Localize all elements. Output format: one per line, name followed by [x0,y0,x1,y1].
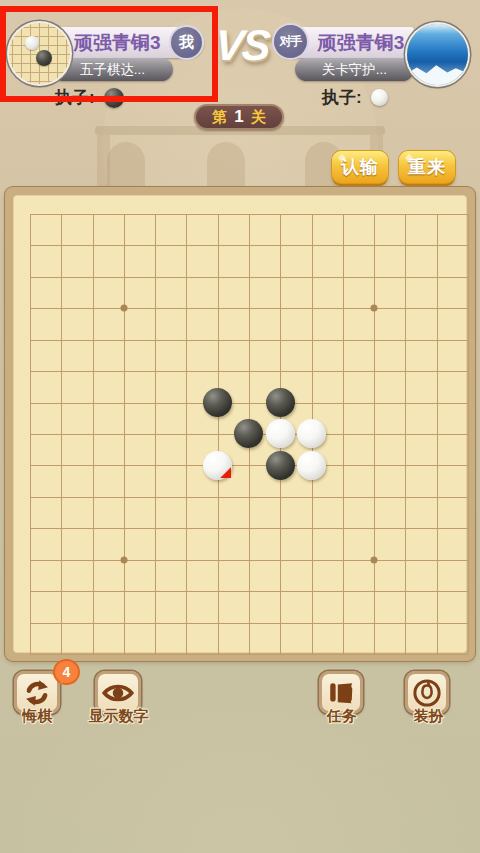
board-cell[interactable] [421,355,452,386]
board-cell[interactable] [296,198,327,229]
board-cell[interactable] [202,418,233,449]
board-cell[interactable] [14,607,45,638]
board-cell[interactable] [171,607,202,638]
board-cell[interactable] [171,261,202,292]
board-cell[interactable] [171,418,202,449]
white-stone [266,419,295,448]
board-cell[interactable] [327,638,358,669]
board-cell[interactable] [139,481,170,512]
board-cell[interactable] [421,481,452,512]
board-cell[interactable] [452,607,480,638]
board-cell[interactable] [77,544,108,575]
board-cell[interactable] [171,198,202,229]
board-cell[interactable] [233,481,264,512]
board-cell[interactable] [233,418,264,449]
game-screen: 顽强青铜3 我 五子棋达... 执子: VS 顽强青铜3 对手 关卡守护... … [0,0,480,853]
board-cell[interactable] [139,324,170,355]
highlight-annotation-rectangle [0,6,218,102]
board-cell[interactable] [171,355,202,386]
right-player-avatar[interactable] [407,24,468,85]
board-cell[interactable] [421,418,452,449]
board-cell[interactable] [296,230,327,261]
black-stone [266,388,295,417]
board-cell[interactable] [77,450,108,481]
board-cell[interactable] [327,387,358,418]
show-numbers-label: 显示数字 [71,707,166,726]
board-cell[interactable] [421,198,452,229]
board-cell[interactable] [265,324,296,355]
board-cell[interactable] [296,481,327,512]
right-holds-white-stone-icon [371,89,388,106]
board-cell[interactable] [46,544,77,575]
board-cell[interactable] [296,544,327,575]
board-cell[interactable] [108,450,139,481]
board-cell[interactable] [108,261,139,292]
board-cell[interactable] [46,513,77,544]
board-cell[interactable] [171,450,202,481]
undo-cycle-icon [22,678,52,708]
board-cell[interactable] [108,575,139,606]
board-cell[interactable] [77,418,108,449]
board-cell[interactable] [265,638,296,669]
board-cell[interactable] [46,450,77,481]
board-cell[interactable] [14,450,45,481]
board-cell[interactable] [108,198,139,229]
level-number: 1 [234,107,243,127]
board-cell[interactable] [14,575,45,606]
board-cell[interactable] [296,418,327,449]
board-cell[interactable] [139,513,170,544]
board-cell[interactable] [327,355,358,386]
board-cell[interactable] [77,230,108,261]
board-cell[interactable] [358,293,389,324]
board-cell[interactable] [233,355,264,386]
board-cell[interactable] [327,324,358,355]
board-cell[interactable] [390,638,421,669]
gomoku-board[interactable] [5,187,475,661]
board-cell[interactable] [421,513,452,544]
right-player-name: 顽强青铜3 [318,30,405,56]
resign-button[interactable]: 认输 [332,151,388,183]
eye-icon [102,681,134,705]
board-cell[interactable] [202,575,233,606]
undo-count-badge: 4 [55,661,78,683]
board-cell[interactable] [14,544,45,575]
board-cell[interactable] [171,481,202,512]
board-cell[interactable] [390,324,421,355]
level-suffix: 关 [251,108,266,127]
board-cell[interactable] [233,607,264,638]
board-cell[interactable] [77,293,108,324]
board-cell[interactable] [452,230,480,261]
board-cell[interactable] [358,607,389,638]
board-cell[interactable] [358,513,389,544]
board-cell[interactable] [46,293,77,324]
board-cell[interactable] [358,261,389,292]
board-cell[interactable] [108,544,139,575]
board-cell[interactable] [327,293,358,324]
board-cell[interactable] [46,481,77,512]
board-cell[interactable] [171,230,202,261]
board-cell[interactable] [390,513,421,544]
board-cell[interactable] [452,418,480,449]
board-cell[interactable] [452,387,480,418]
black-stone [234,419,263,448]
board-cell[interactable] [265,450,296,481]
board-cell[interactable] [358,481,389,512]
board-cell[interactable] [421,261,452,292]
board-cell[interactable] [46,198,77,229]
board-cell[interactable] [452,293,480,324]
board-cell[interactable] [452,450,480,481]
board-cell[interactable] [202,198,233,229]
board-cell[interactable] [46,324,77,355]
board-cell[interactable] [327,198,358,229]
board-cell[interactable] [390,575,421,606]
board-cell[interactable] [233,513,264,544]
board-cell[interactable] [171,387,202,418]
board-cell[interactable] [265,481,296,512]
board-cell[interactable] [14,418,45,449]
black-stone [266,451,295,480]
board-cell[interactable] [77,261,108,292]
board-cell[interactable] [296,607,327,638]
board-cell[interactable] [14,513,45,544]
board-cell[interactable] [202,230,233,261]
board-cell[interactable] [421,575,452,606]
board-cell[interactable] [108,481,139,512]
board-cell[interactable] [327,450,358,481]
board-surface [13,195,467,653]
board-cell[interactable] [452,198,480,229]
board-cell[interactable] [233,450,264,481]
board-cell[interactable] [390,418,421,449]
board-intersections [14,198,480,669]
board-cell[interactable] [296,324,327,355]
board-cell[interactable] [390,607,421,638]
board-cell[interactable] [46,575,77,606]
board-cell[interactable] [390,481,421,512]
board-cell[interactable] [390,261,421,292]
board-cell[interactable] [108,324,139,355]
board-cell[interactable] [265,418,296,449]
board-cell[interactable] [327,418,358,449]
white-stone [203,451,232,480]
board-cell[interactable] [202,355,233,386]
board-cell[interactable] [108,230,139,261]
board-cell[interactable] [452,544,480,575]
board-cell[interactable] [171,293,202,324]
tasks-button-label: 任务 [304,707,379,726]
board-cell[interactable] [421,293,452,324]
board-cell[interactable] [139,544,170,575]
board-cell[interactable] [390,230,421,261]
board-cell[interactable] [233,544,264,575]
board-cell[interactable] [358,387,389,418]
board-cell[interactable] [139,450,170,481]
dress-up-button-label: 装扮 [391,707,466,726]
avatar-face-icon [412,678,442,708]
board-cell[interactable] [358,324,389,355]
white-stone [297,419,326,448]
board-cell[interactable] [296,638,327,669]
board-cell[interactable] [77,481,108,512]
board-cell[interactable] [46,607,77,638]
board-cell[interactable] [14,261,45,292]
board-cell[interactable] [202,261,233,292]
right-player-title-bar: 关卡守护... [295,58,414,81]
board-cell[interactable] [233,230,264,261]
black-stone [203,388,232,417]
board-cell[interactable] [46,355,77,386]
restart-button[interactable]: 重来 [399,151,455,183]
board-cell[interactable] [265,575,296,606]
board-cell[interactable] [421,387,452,418]
board-cell[interactable] [390,544,421,575]
board-cell[interactable] [108,638,139,669]
board-cell[interactable] [233,198,264,229]
board-cell[interactable] [14,638,45,669]
board-cell[interactable] [265,513,296,544]
board-cell[interactable] [358,575,389,606]
board-cell[interactable] [265,198,296,229]
board-cell[interactable] [233,387,264,418]
board-cell[interactable] [139,230,170,261]
board-cell[interactable] [139,198,170,229]
board-cell[interactable] [296,261,327,292]
board-cell[interactable] [296,575,327,606]
board-cell[interactable] [233,293,264,324]
board-cell[interactable] [327,230,358,261]
right-holds-label: 执子: [322,86,362,109]
board-cell[interactable] [202,293,233,324]
board-cell[interactable] [108,387,139,418]
board-cell[interactable] [108,293,139,324]
board-cell[interactable] [77,198,108,229]
board-cell[interactable] [452,638,480,669]
board-cell[interactable] [14,324,45,355]
board-cell[interactable] [452,513,480,544]
board-cell[interactable] [265,607,296,638]
board-cell[interactable] [327,544,358,575]
board-cell[interactable] [265,387,296,418]
level-prefix: 第 [212,108,227,127]
board-cell[interactable] [421,324,452,355]
board-cell[interactable] [14,481,45,512]
board-cell[interactable] [14,198,45,229]
board-cell[interactable] [77,607,108,638]
board-cell[interactable] [77,638,108,669]
board-cell[interactable] [265,544,296,575]
board-cell[interactable] [452,261,480,292]
board-cell[interactable] [452,355,480,386]
board-cell[interactable] [139,575,170,606]
right-holds-row: 执子: [322,86,388,109]
board-cell[interactable] [171,513,202,544]
board-cell[interactable] [77,575,108,606]
board-cell[interactable] [46,387,77,418]
undo-button-label: 悔棋 [0,707,75,726]
board-cell[interactable] [171,638,202,669]
board-cell[interactable] [296,450,327,481]
board-cell[interactable] [233,575,264,606]
board-cell[interactable] [390,387,421,418]
board-cell[interactable] [265,355,296,386]
board-cell[interactable] [139,607,170,638]
board-cell[interactable] [296,355,327,386]
board-cell[interactable] [202,544,233,575]
level-banner: 第 1 关 [194,104,284,130]
board-cell[interactable] [390,450,421,481]
board-cell[interactable] [233,638,264,669]
board-cell[interactable] [14,387,45,418]
board-cell[interactable] [171,575,202,606]
board-cell[interactable] [77,387,108,418]
board-cell[interactable] [46,418,77,449]
right-player-title: 关卡守护... [322,61,387,79]
board-cell[interactable] [421,544,452,575]
board-cell[interactable] [202,513,233,544]
board-cell[interactable] [139,418,170,449]
board-cell[interactable] [327,607,358,638]
board-cell[interactable] [358,638,389,669]
snow-mountain-image [407,57,468,85]
temple-pillar [97,135,110,195]
board-cell[interactable] [46,261,77,292]
board-cell[interactable] [358,230,389,261]
board-cell[interactable] [452,324,480,355]
board-cell[interactable] [202,450,233,481]
board-cell[interactable] [139,387,170,418]
board-cell[interactable] [171,544,202,575]
last-move-marker [220,467,231,478]
white-stone [297,451,326,480]
board-cell[interactable] [139,293,170,324]
board-cell[interactable] [265,293,296,324]
board-cell[interactable] [139,355,170,386]
board-cell[interactable] [358,198,389,229]
board-cell[interactable] [139,638,170,669]
board-cell[interactable] [265,261,296,292]
board-cell[interactable] [202,607,233,638]
board-cell[interactable] [171,324,202,355]
board-cell[interactable] [265,230,296,261]
board-cell[interactable] [358,355,389,386]
board-cell[interactable] [202,387,233,418]
board-cell[interactable] [358,418,389,449]
board-cell[interactable] [327,261,358,292]
board-cell[interactable] [233,261,264,292]
opponent-badge: 对手 [274,25,307,58]
board-cell[interactable] [358,450,389,481]
board-cell[interactable] [14,293,45,324]
board-cell[interactable] [296,387,327,418]
board-cell[interactable] [108,607,139,638]
board-cell[interactable] [14,230,45,261]
board-cell[interactable] [139,261,170,292]
board-cell[interactable] [108,418,139,449]
board-cell[interactable] [202,324,233,355]
board-cell[interactable] [390,198,421,229]
board-cell[interactable] [202,638,233,669]
board-cell[interactable] [77,513,108,544]
board-cell[interactable] [296,513,327,544]
board-cell[interactable] [233,324,264,355]
board-cell[interactable] [14,355,45,386]
board-cell[interactable] [421,450,452,481]
board-cell[interactable] [77,355,108,386]
board-cell[interactable] [358,544,389,575]
scroll-icon [327,680,355,706]
board-cell[interactable] [390,293,421,324]
board-cell[interactable] [421,607,452,638]
board-cell[interactable] [108,355,139,386]
board-cell[interactable] [77,324,108,355]
board-cell[interactable] [390,355,421,386]
board-cell[interactable] [327,513,358,544]
board-cell[interactable] [452,481,480,512]
board-cell[interactable] [327,481,358,512]
board-cell[interactable] [421,230,452,261]
board-cell[interactable] [108,513,139,544]
board-cell[interactable] [421,638,452,669]
board-cell[interactable] [296,293,327,324]
board-cell[interactable] [46,230,77,261]
board-cell[interactable] [452,575,480,606]
board-cell[interactable] [202,481,233,512]
board-cell[interactable] [327,575,358,606]
